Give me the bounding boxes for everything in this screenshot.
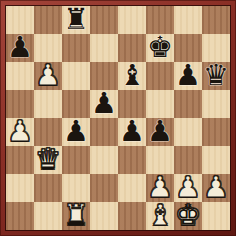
square-g4[interactable] bbox=[174, 118, 202, 146]
square-c3[interactable] bbox=[62, 146, 90, 174]
square-c1[interactable]: ♜ bbox=[62, 202, 90, 230]
square-d7[interactable] bbox=[90, 34, 118, 62]
square-b1[interactable] bbox=[34, 202, 62, 230]
black-pawn: ♟ bbox=[63, 117, 89, 145]
white-king: ♚ bbox=[175, 201, 201, 229]
square-b8[interactable] bbox=[34, 6, 62, 34]
square-e1[interactable] bbox=[118, 202, 146, 230]
square-e3[interactable] bbox=[118, 146, 146, 174]
square-a1[interactable] bbox=[6, 202, 34, 230]
square-f7[interactable]: ♚ bbox=[146, 34, 174, 62]
black-king: ♚ bbox=[147, 33, 173, 61]
square-b3[interactable]: ♛ bbox=[34, 146, 62, 174]
square-c6[interactable] bbox=[62, 62, 90, 90]
square-e8[interactable] bbox=[118, 6, 146, 34]
white-pawn: ♟ bbox=[35, 61, 61, 89]
white-queen: ♛ bbox=[35, 145, 61, 173]
square-c4[interactable]: ♟ bbox=[62, 118, 90, 146]
square-c8[interactable]: ♜ bbox=[62, 6, 90, 34]
square-d4[interactable] bbox=[90, 118, 118, 146]
square-d1[interactable] bbox=[90, 202, 118, 230]
square-a6[interactable] bbox=[6, 62, 34, 90]
square-a7[interactable]: ♟ bbox=[6, 34, 34, 62]
black-pawn: ♟ bbox=[147, 117, 173, 145]
black-pawn: ♟ bbox=[91, 89, 117, 117]
black-pawn: ♟ bbox=[119, 117, 145, 145]
square-a4[interactable]: ♟ bbox=[6, 118, 34, 146]
square-h4[interactable] bbox=[202, 118, 230, 146]
square-h6[interactable]: ♛ bbox=[202, 62, 230, 90]
black-rook: ♜ bbox=[63, 5, 89, 33]
white-pawn: ♟ bbox=[147, 173, 173, 201]
black-queen: ♛ bbox=[203, 61, 229, 89]
square-h5[interactable] bbox=[202, 90, 230, 118]
square-g8[interactable] bbox=[174, 6, 202, 34]
square-h1[interactable] bbox=[202, 202, 230, 230]
white-pawn: ♟ bbox=[175, 173, 201, 201]
square-e4[interactable]: ♟ bbox=[118, 118, 146, 146]
square-h2[interactable]: ♟ bbox=[202, 174, 230, 202]
square-f1[interactable]: ♝ bbox=[146, 202, 174, 230]
square-c7[interactable] bbox=[62, 34, 90, 62]
black-bishop: ♝ bbox=[119, 61, 145, 89]
square-a3[interactable] bbox=[6, 146, 34, 174]
square-e2[interactable] bbox=[118, 174, 146, 202]
white-rook: ♜ bbox=[63, 201, 89, 229]
square-d2[interactable] bbox=[90, 174, 118, 202]
white-pawn: ♟ bbox=[7, 117, 33, 145]
square-d8[interactable] bbox=[90, 6, 118, 34]
square-b6[interactable]: ♟ bbox=[34, 62, 62, 90]
square-g5[interactable] bbox=[174, 90, 202, 118]
square-a2[interactable] bbox=[6, 174, 34, 202]
square-h8[interactable] bbox=[202, 6, 230, 34]
square-g6[interactable]: ♟ bbox=[174, 62, 202, 90]
square-b2[interactable] bbox=[34, 174, 62, 202]
square-d5[interactable]: ♟ bbox=[90, 90, 118, 118]
chess-board: ♜♟♚♟♝♟♛♟♟♟♟♟♛♟♟♟♜♝♚ bbox=[6, 6, 230, 230]
white-bishop: ♝ bbox=[147, 201, 173, 229]
square-g1[interactable]: ♚ bbox=[174, 202, 202, 230]
square-f6[interactable] bbox=[146, 62, 174, 90]
square-e6[interactable]: ♝ bbox=[118, 62, 146, 90]
square-d3[interactable] bbox=[90, 146, 118, 174]
black-pawn: ♟ bbox=[7, 33, 33, 61]
black-pawn: ♟ bbox=[175, 61, 201, 89]
square-f4[interactable]: ♟ bbox=[146, 118, 174, 146]
square-b5[interactable] bbox=[34, 90, 62, 118]
board-frame: ♜♟♚♟♝♟♛♟♟♟♟♟♛♟♟♟♜♝♚ bbox=[0, 0, 236, 236]
white-pawn: ♟ bbox=[203, 173, 229, 201]
